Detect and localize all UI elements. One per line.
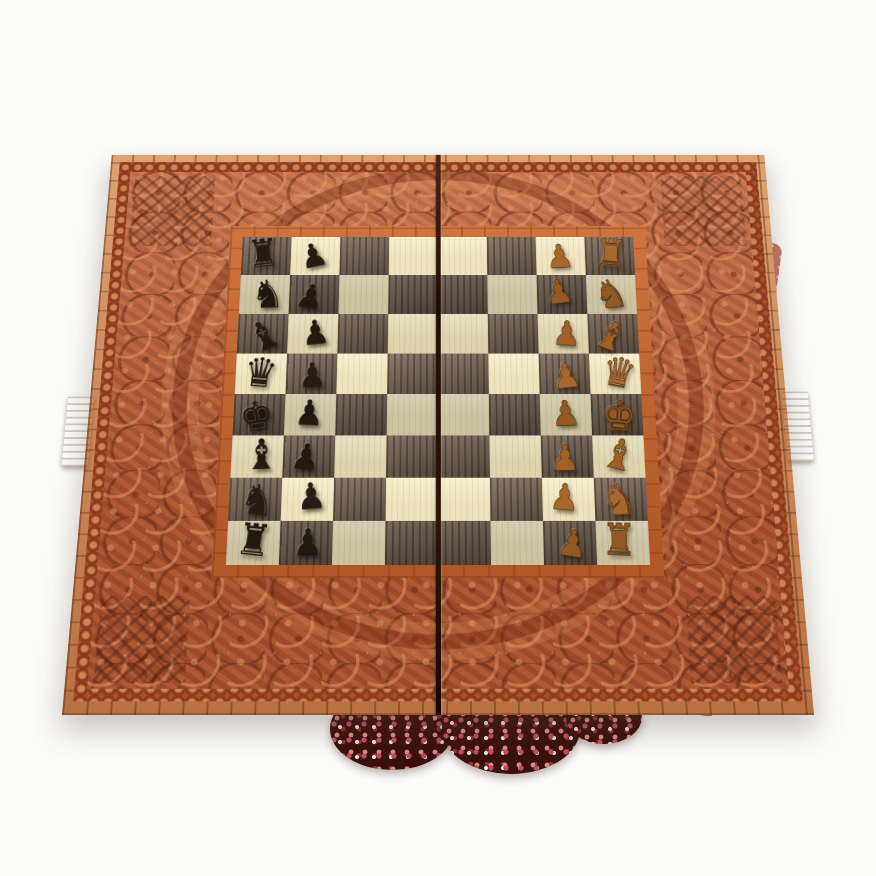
square-r8c6[interactable] bbox=[490, 521, 544, 565]
square-r4c3[interactable] bbox=[336, 354, 387, 395]
square-r7c6[interactable] bbox=[490, 478, 543, 521]
corner-lattice-bottom-right bbox=[686, 596, 783, 683]
square-r3c3[interactable] bbox=[337, 314, 388, 354]
square-r1c8[interactable]: ♜ bbox=[584, 237, 635, 275]
square-r5c5[interactable] bbox=[438, 394, 489, 435]
square-r2c6[interactable] bbox=[487, 275, 537, 314]
square-r1c4[interactable] bbox=[389, 237, 438, 275]
square-r4c5[interactable] bbox=[438, 354, 489, 395]
square-r3c8[interactable]: ♝ bbox=[587, 314, 639, 354]
square-r2c7[interactable]: ♟ bbox=[537, 275, 588, 314]
square-r4c6[interactable] bbox=[488, 354, 539, 395]
square-r1c5[interactable] bbox=[438, 237, 487, 275]
square-r2c4[interactable] bbox=[388, 275, 438, 314]
square-r1c1[interactable]: ♜ bbox=[241, 237, 292, 275]
square-r2c1[interactable]: ♞ bbox=[239, 275, 290, 314]
square-r2c8[interactable]: ♞ bbox=[586, 275, 637, 314]
square-r1c3[interactable] bbox=[339, 237, 389, 275]
square-r2c5[interactable] bbox=[438, 275, 488, 314]
square-r8c4[interactable] bbox=[385, 521, 438, 565]
square-r3c2[interactable]: ♟ bbox=[287, 314, 338, 354]
corner-lattice-bottom-left bbox=[94, 596, 191, 683]
square-r5c7[interactable]: ♟ bbox=[540, 394, 592, 435]
piece-light-R-r8c8[interactable]: ♜ bbox=[601, 513, 636, 568]
square-r1c2[interactable]: ♟ bbox=[290, 237, 340, 275]
square-r4c4[interactable] bbox=[387, 354, 438, 395]
square-r5c4[interactable] bbox=[387, 394, 438, 435]
square-r3c1[interactable]: ♝ bbox=[237, 314, 289, 354]
corner-lattice-top-right bbox=[661, 176, 747, 246]
chess-box: ♜♟♟♜♞♟♟♞♝♟♟♝♛♟♟♛♚♟♟♚♝♟♟♝♞♟♟♞♜♟♟♜ bbox=[62, 155, 814, 715]
square-r3c4[interactable] bbox=[388, 314, 438, 354]
square-r8c7[interactable]: ♟ bbox=[543, 521, 597, 565]
square-r7c2[interactable]: ♟ bbox=[281, 478, 335, 521]
corner-lattice-top-left bbox=[129, 176, 215, 246]
scene: ♜♟♟♜♞♟♟♞♝♟♟♝♛♟♟♛♚♟♟♚♝♟♟♝♞♟♟♞♜♟♟♜ bbox=[0, 0, 876, 876]
square-r5c2[interactable]: ♟ bbox=[284, 394, 336, 435]
square-r6c3[interactable] bbox=[334, 435, 386, 477]
square-r5c3[interactable] bbox=[335, 394, 387, 435]
square-r8c2[interactable]: ♟ bbox=[279, 521, 333, 565]
piece-dark-B-r6c1[interactable]: ♝ bbox=[244, 429, 279, 482]
square-r3c5[interactable] bbox=[438, 314, 488, 354]
square-r6c8[interactable]: ♝ bbox=[592, 435, 646, 477]
square-r7c4[interactable] bbox=[386, 478, 438, 521]
square-r2c3[interactable] bbox=[338, 275, 388, 314]
square-r6c1[interactable]: ♝ bbox=[230, 435, 284, 477]
square-r8c3[interactable] bbox=[332, 521, 386, 565]
square-r5c6[interactable] bbox=[489, 394, 541, 435]
hinge-line bbox=[436, 155, 441, 715]
piece-dark-P-r8c2[interactable]: ♟ bbox=[293, 516, 324, 570]
square-r1c6[interactable] bbox=[487, 237, 537, 275]
square-r8c5[interactable] bbox=[438, 521, 491, 565]
square-r6c7[interactable]: ♟ bbox=[541, 435, 594, 477]
square-r8c8[interactable]: ♜ bbox=[595, 521, 650, 565]
square-r7c3[interactable] bbox=[333, 478, 386, 521]
square-r7c5[interactable] bbox=[438, 478, 490, 521]
square-r3c7[interactable]: ♟ bbox=[538, 314, 589, 354]
square-r3c6[interactable] bbox=[488, 314, 539, 354]
piece-dark-R-r8c1[interactable]: ♜ bbox=[232, 512, 275, 569]
square-r6c2[interactable]: ♟ bbox=[282, 435, 335, 477]
square-r6c4[interactable] bbox=[386, 435, 438, 477]
latch-tab-right bbox=[781, 390, 814, 461]
piece-light-P-r3c7[interactable]: ♟ bbox=[551, 309, 581, 359]
piece-light-P-r6c7[interactable]: ♟ bbox=[550, 432, 580, 484]
square-r6c6[interactable] bbox=[489, 435, 541, 477]
piece-dark-P-r3c2[interactable]: ♟ bbox=[300, 308, 332, 359]
square-r8c1[interactable]: ♜ bbox=[226, 521, 281, 565]
piece-light-P-r8c7[interactable]: ♟ bbox=[554, 515, 591, 573]
square-r6c5[interactable] bbox=[438, 435, 490, 477]
